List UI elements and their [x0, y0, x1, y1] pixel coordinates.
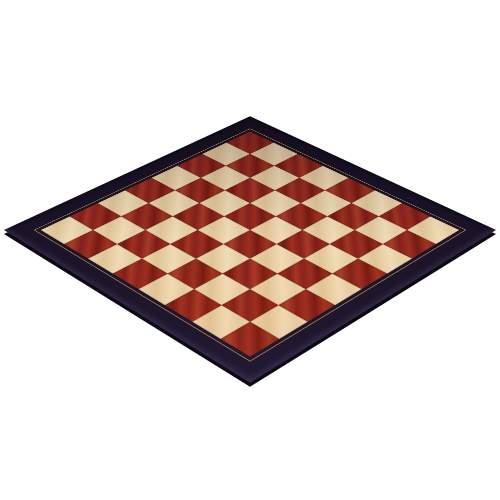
product-photo — [0, 0, 500, 500]
board-grid — [41, 131, 460, 356]
chess-board — [4, 116, 496, 383]
